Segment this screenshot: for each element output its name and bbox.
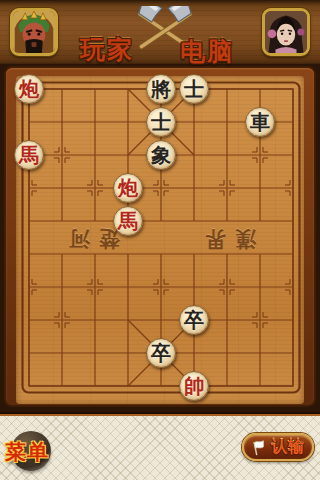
white-flag-icon [251,439,268,456]
xiangqi-app: 玩家 电脑 [0,0,320,480]
header-bar: 玩家 电脑 [0,0,320,66]
piece-black-soldier[interactable]: 卒 [179,305,209,335]
piece-black-advisor[interactable]: 士 [146,107,176,137]
player-name: 玩家 [80,33,134,66]
piece-black-general[interactable]: 將 [146,74,176,104]
piece-black-soldier[interactable]: 卒 [146,338,176,368]
piece-black-chariot[interactable]: 車 [245,107,275,137]
warrior-avatar-image [13,11,55,53]
piece-black-advisor[interactable]: 士 [179,74,209,104]
piece-black-elephant[interactable]: 象 [146,140,176,170]
piece-red-cannon[interactable]: 炮 [113,173,143,203]
piece-red-horse[interactable]: 馬 [113,206,143,236]
menu-button-label[interactable]: 菜单 [5,438,49,466]
piece-red-cannon[interactable]: 炮 [14,74,44,104]
computer-avatar [262,8,310,56]
piece-red-horse[interactable]: 馬 [14,140,44,170]
resign-button[interactable]: 认输 [242,433,314,461]
player-avatar [10,8,58,56]
footer-bar: 菜单 认输 [0,412,320,480]
resign-button-label: 认输 [271,437,305,458]
piece-red-general[interactable]: 帥 [179,371,209,401]
woman-avatar-image [265,11,307,53]
computer-name: 电脑 [180,35,234,68]
river-label-right: 漢界 [188,225,264,253]
